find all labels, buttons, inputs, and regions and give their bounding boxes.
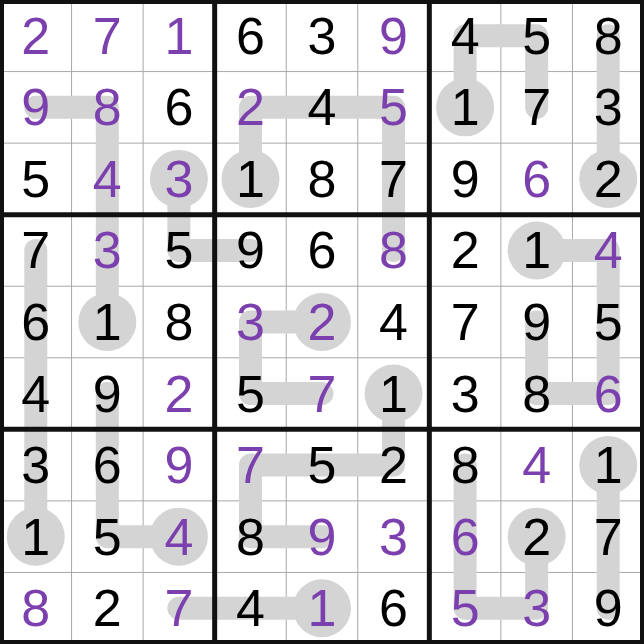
cell-r1c5[interactable]: 3 [286, 0, 358, 72]
cell-r3c3[interactable]: 3 [143, 143, 215, 215]
cell-r8c6[interactable]: 3 [358, 501, 430, 573]
cell-r9c7[interactable]: 5 [429, 572, 501, 644]
cell-r1c2[interactable]: 7 [72, 0, 144, 72]
cell-r8c2[interactable]: 5 [72, 501, 144, 573]
cell-r2c8[interactable]: 7 [501, 72, 573, 144]
cell-r9c1[interactable]: 8 [0, 572, 72, 644]
cell-r9c3[interactable]: 7 [143, 572, 215, 644]
cell-r8c7[interactable]: 6 [429, 501, 501, 573]
cell-r1c6[interactable]: 9 [358, 0, 430, 72]
sudoku-grid: 2716394589862451735431879627359682146183… [0, 0, 644, 644]
cell-r6c4[interactable]: 5 [215, 358, 287, 430]
cell-r6c3[interactable]: 2 [143, 358, 215, 430]
cell-r1c3[interactable]: 1 [143, 0, 215, 72]
cell-r4c8[interactable]: 1 [501, 215, 573, 287]
cell-r2c4[interactable]: 2 [215, 72, 287, 144]
cell-r4c6[interactable]: 8 [358, 215, 430, 287]
cell-r4c4[interactable]: 9 [215, 215, 287, 287]
cell-r9c6[interactable]: 6 [358, 572, 430, 644]
cell-r1c1[interactable]: 2 [0, 0, 72, 72]
cell-r5c8[interactable]: 9 [501, 286, 573, 358]
cell-r1c4[interactable]: 6 [215, 0, 287, 72]
cell-r1c8[interactable]: 5 [501, 0, 573, 72]
cell-r3c7[interactable]: 9 [429, 143, 501, 215]
cell-r7c5[interactable]: 5 [286, 429, 358, 501]
cell-r3c6[interactable]: 7 [358, 143, 430, 215]
cell-r3c8[interactable]: 6 [501, 143, 573, 215]
cell-r9c9[interactable]: 9 [572, 572, 644, 644]
cell-r9c8[interactable]: 3 [501, 572, 573, 644]
cell-r7c8[interactable]: 4 [501, 429, 573, 501]
cell-r7c1[interactable]: 3 [0, 429, 72, 501]
cell-r6c7[interactable]: 3 [429, 358, 501, 430]
cell-r2c2[interactable]: 8 [72, 72, 144, 144]
cell-r2c7[interactable]: 1 [429, 72, 501, 144]
cell-r3c2[interactable]: 4 [72, 143, 144, 215]
cell-r4c2[interactable]: 3 [72, 215, 144, 287]
cell-r5c7[interactable]: 7 [429, 286, 501, 358]
cell-r5c2[interactable]: 1 [72, 286, 144, 358]
cell-r4c3[interactable]: 5 [143, 215, 215, 287]
cell-r4c1[interactable]: 7 [0, 215, 72, 287]
cell-r4c7[interactable]: 2 [429, 215, 501, 287]
cell-r2c6[interactable]: 5 [358, 72, 430, 144]
cell-r6c9[interactable]: 6 [572, 358, 644, 430]
cell-r3c1[interactable]: 5 [0, 143, 72, 215]
cell-r4c5[interactable]: 6 [286, 215, 358, 287]
cell-r8c4[interactable]: 8 [215, 501, 287, 573]
cell-r7c7[interactable]: 8 [429, 429, 501, 501]
cell-r6c1[interactable]: 4 [0, 358, 72, 430]
cell-r9c2[interactable]: 2 [72, 572, 144, 644]
cell-r5c6[interactable]: 4 [358, 286, 430, 358]
cell-r5c9[interactable]: 5 [572, 286, 644, 358]
cell-r7c9[interactable]: 1 [572, 429, 644, 501]
cell-r6c8[interactable]: 8 [501, 358, 573, 430]
sudoku-board: 2716394589862451735431879627359682146183… [0, 0, 644, 644]
cell-r4c9[interactable]: 4 [572, 215, 644, 287]
cell-r1c9[interactable]: 8 [572, 0, 644, 72]
cell-r8c3[interactable]: 4 [143, 501, 215, 573]
cell-r2c9[interactable]: 3 [572, 72, 644, 144]
cell-r3c9[interactable]: 2 [572, 143, 644, 215]
cell-r7c4[interactable]: 7 [215, 429, 287, 501]
cell-r5c3[interactable]: 8 [143, 286, 215, 358]
cell-r8c1[interactable]: 1 [0, 501, 72, 573]
cell-r6c5[interactable]: 7 [286, 358, 358, 430]
cell-r8c8[interactable]: 2 [501, 501, 573, 573]
cell-r7c3[interactable]: 9 [143, 429, 215, 501]
cell-r2c3[interactable]: 6 [143, 72, 215, 144]
cell-r5c5[interactable]: 2 [286, 286, 358, 358]
cell-r6c2[interactable]: 9 [72, 358, 144, 430]
cell-r3c5[interactable]: 8 [286, 143, 358, 215]
cell-r9c5[interactable]: 1 [286, 572, 358, 644]
cell-r5c1[interactable]: 6 [0, 286, 72, 358]
cell-r2c5[interactable]: 4 [286, 72, 358, 144]
cell-r5c4[interactable]: 3 [215, 286, 287, 358]
cell-r7c6[interactable]: 2 [358, 429, 430, 501]
cell-r7c2[interactable]: 6 [72, 429, 144, 501]
cell-r3c4[interactable]: 1 [215, 143, 287, 215]
cell-r2c1[interactable]: 9 [0, 72, 72, 144]
cell-r8c9[interactable]: 7 [572, 501, 644, 573]
cell-r8c5[interactable]: 9 [286, 501, 358, 573]
cell-r1c7[interactable]: 4 [429, 0, 501, 72]
cell-r6c6[interactable]: 1 [358, 358, 430, 430]
cell-r9c4[interactable]: 4 [215, 572, 287, 644]
